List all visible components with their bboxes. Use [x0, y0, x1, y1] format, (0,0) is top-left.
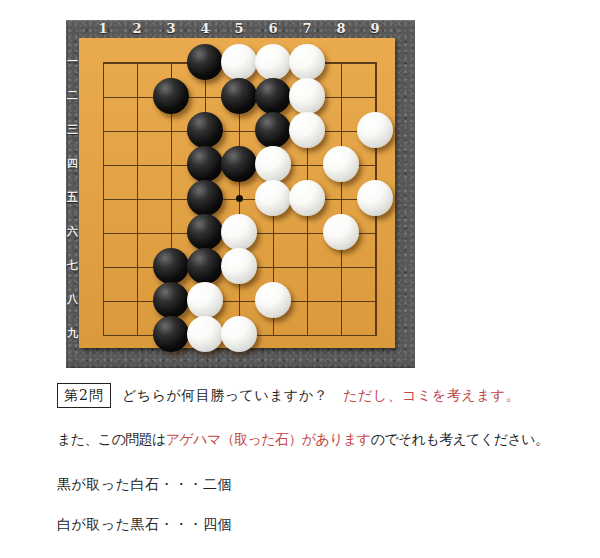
go-board-frame: 123456789 一二三四五六七八九 — [66, 20, 415, 368]
black-stone-col4-row1 — [187, 44, 223, 80]
black-stone-col3-row9 — [153, 316, 189, 352]
captures-by-white-line: 白が取った黒石・・・四個 — [57, 516, 232, 534]
agehama-note-suffix: のでそれも考えてください。 — [370, 431, 548, 447]
white-stone-col6-row4 — [255, 146, 291, 182]
col-label-4: 4 — [195, 21, 215, 36]
row-label-2: 二 — [66, 89, 79, 103]
problem-statement: 第2問どちらが何目勝っていますか？ただし、コミを考えます。 — [57, 383, 520, 408]
black-stone-col3-row8 — [153, 282, 189, 318]
white-stone-col6-row5 — [255, 180, 291, 216]
white-stone-col7-row2 — [289, 78, 325, 114]
black-stone-col4-row4 — [187, 146, 223, 182]
row-label-3: 三 — [66, 123, 79, 137]
white-stone-col5-row1 — [221, 44, 257, 80]
white-stone-col8-row6 — [323, 214, 359, 250]
komi-note: ただし、コミを考えます。 — [343, 387, 520, 403]
col-label-1: 1 — [93, 21, 113, 36]
col-label-9: 9 — [365, 21, 385, 36]
black-stone-col4-row3 — [187, 112, 223, 148]
white-stone-col5-row9 — [221, 316, 257, 352]
star-point — [236, 195, 243, 202]
white-stone-col6-row1 — [255, 44, 291, 80]
row-label-6: 六 — [66, 225, 79, 239]
captures-by-black-line: 黒が取った白石・・・二個 — [57, 476, 232, 494]
row-label-9: 九 — [66, 327, 79, 341]
problem-question: どちらが何目勝っていますか？ — [122, 387, 328, 403]
black-stone-col5-row2 — [221, 78, 257, 114]
agehama-note-red: アゲハマ（取った石）があります — [166, 431, 371, 447]
white-stone-col7-row5 — [289, 180, 325, 216]
row-label-8: 八 — [66, 293, 79, 307]
white-stone-col7-row1 — [289, 44, 325, 80]
black-stone-col6-row3 — [255, 112, 291, 148]
white-stone-col8-row4 — [323, 146, 359, 182]
row-label-4: 四 — [66, 157, 79, 171]
white-stone-col4-row9 — [187, 316, 223, 352]
row-label-1: 一 — [66, 55, 79, 69]
go-board — [79, 38, 395, 348]
black-stone-col3-row7 — [153, 248, 189, 284]
col-label-2: 2 — [127, 21, 147, 36]
row-label-7: 七 — [66, 259, 79, 273]
black-stone-col5-row4 — [221, 146, 257, 182]
black-stone-col3-row2 — [153, 78, 189, 114]
black-stone-col4-row6 — [187, 214, 223, 250]
col-label-5: 5 — [229, 21, 249, 36]
col-label-6: 6 — [263, 21, 283, 36]
col-label-7: 7 — [297, 21, 317, 36]
white-stone-col6-row8 — [255, 282, 291, 318]
col-label-3: 3 — [161, 21, 181, 36]
white-stone-col9-row3 — [357, 112, 393, 148]
black-stone-col6-row2 — [255, 78, 291, 114]
col-label-8: 8 — [331, 21, 351, 36]
agehama-note-prefix: また、この問題は — [57, 431, 166, 447]
agehama-note: また、この問題はアゲハマ（取った石）がありますのでそれも考えてください。 — [57, 431, 548, 449]
white-stone-col4-row8 — [187, 282, 223, 318]
problem-number-box: 第2問 — [57, 383, 111, 408]
white-stone-col5-row6 — [221, 214, 257, 250]
white-stone-col7-row3 — [289, 112, 325, 148]
white-stone-col5-row7 — [221, 248, 257, 284]
white-stone-col9-row5 — [357, 180, 393, 216]
black-stone-col4-row7 — [187, 248, 223, 284]
row-label-5: 五 — [66, 191, 79, 205]
black-stone-col4-row5 — [187, 180, 223, 216]
